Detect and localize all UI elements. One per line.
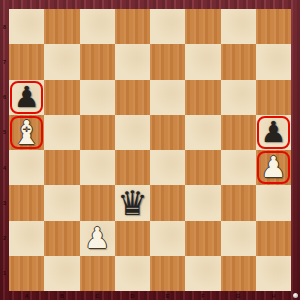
square-a1[interactable] — [9, 256, 44, 291]
corner-dot — [293, 293, 298, 298]
square-b5[interactable] — [44, 115, 79, 150]
square-b1[interactable] — [44, 256, 79, 291]
rank-label-6: 6 — [0, 80, 9, 115]
square-a4[interactable] — [9, 150, 44, 185]
rank-label-8: 8 — [0, 9, 9, 44]
rank-label-1: 1 — [0, 256, 9, 291]
square-d4[interactable] — [115, 150, 150, 185]
file-label-d: D — [115, 291, 150, 300]
square-c4[interactable] — [80, 150, 115, 185]
square-h3[interactable] — [256, 185, 291, 220]
square-f3[interactable] — [185, 185, 220, 220]
square-d8[interactable] — [115, 9, 150, 44]
square-d3[interactable]: ♛ — [115, 185, 150, 220]
square-f1[interactable] — [185, 256, 220, 291]
square-f8[interactable] — [185, 9, 220, 44]
file-label-f: F — [185, 291, 220, 300]
square-e7[interactable] — [150, 44, 185, 79]
square-e4[interactable] — [150, 150, 185, 185]
square-b8[interactable] — [44, 9, 79, 44]
black-queen[interactable]: ♛ — [117, 186, 147, 220]
white-pawn[interactable]: ♟ — [260, 153, 286, 182]
file-label-c: C — [80, 291, 115, 300]
square-c6[interactable] — [80, 80, 115, 115]
square-c2[interactable]: ♟ — [80, 221, 115, 256]
square-b6[interactable] — [44, 80, 79, 115]
square-d1[interactable] — [115, 256, 150, 291]
white-bishop[interactable]: ♝ — [12, 116, 42, 149]
square-h1[interactable] — [256, 256, 291, 291]
square-a8[interactable] — [9, 9, 44, 44]
square-a7[interactable] — [9, 44, 44, 79]
white-pawn[interactable]: ♟ — [84, 224, 110, 253]
square-a3[interactable] — [9, 185, 44, 220]
square-a2[interactable] — [9, 221, 44, 256]
square-g3[interactable] — [221, 185, 256, 220]
square-h7[interactable] — [256, 44, 291, 79]
rank-label-2: 2 — [0, 221, 9, 256]
square-a6[interactable]: ♟ — [9, 80, 44, 115]
square-e8[interactable] — [150, 9, 185, 44]
square-b2[interactable] — [44, 221, 79, 256]
square-c3[interactable] — [80, 185, 115, 220]
square-f5[interactable] — [185, 115, 220, 150]
square-g1[interactable] — [221, 256, 256, 291]
square-d7[interactable] — [115, 44, 150, 79]
square-h6[interactable] — [256, 80, 291, 115]
black-pawn[interactable]: ♟ — [14, 83, 40, 112]
square-h8[interactable] — [256, 9, 291, 44]
square-d2[interactable] — [115, 221, 150, 256]
square-f2[interactable] — [185, 221, 220, 256]
square-g5[interactable] — [221, 115, 256, 150]
square-h5[interactable]: ♟ — [256, 115, 291, 150]
file-label-g: G — [221, 291, 256, 300]
file-label-e: E — [150, 291, 185, 300]
rank-label-4: 4 — [0, 150, 9, 185]
square-e6[interactable] — [150, 80, 185, 115]
square-b7[interactable] — [44, 44, 79, 79]
square-f7[interactable] — [185, 44, 220, 79]
square-c8[interactable] — [80, 9, 115, 44]
square-b4[interactable] — [44, 150, 79, 185]
square-a5[interactable]: ♝ — [9, 115, 44, 150]
square-f4[interactable] — [185, 150, 220, 185]
square-e1[interactable] — [150, 256, 185, 291]
square-g2[interactable] — [221, 221, 256, 256]
square-d6[interactable] — [115, 80, 150, 115]
square-c5[interactable] — [80, 115, 115, 150]
square-h4[interactable]: ♟ — [256, 150, 291, 185]
chess-board: ♟♝♟♟♛♟ — [9, 9, 291, 291]
board-frame: ♟♝♟♟♛♟ 87654321 ABCDEFGH — [0, 0, 300, 300]
square-b3[interactable] — [44, 185, 79, 220]
square-h2[interactable] — [256, 221, 291, 256]
rank-label-5: 5 — [0, 115, 9, 150]
file-label-b: B — [44, 291, 79, 300]
square-f6[interactable] — [185, 80, 220, 115]
square-e5[interactable] — [150, 115, 185, 150]
square-g4[interactable] — [221, 150, 256, 185]
rank-label-7: 7 — [0, 44, 9, 79]
square-g7[interactable] — [221, 44, 256, 79]
file-label-h: H — [256, 291, 291, 300]
square-g8[interactable] — [221, 9, 256, 44]
square-e2[interactable] — [150, 221, 185, 256]
square-c1[interactable] — [80, 256, 115, 291]
square-g6[interactable] — [221, 80, 256, 115]
square-c7[interactable] — [80, 44, 115, 79]
rank-label-3: 3 — [0, 185, 9, 220]
black-pawn[interactable]: ♟ — [260, 118, 286, 147]
file-label-a: A — [9, 291, 44, 300]
square-d5[interactable] — [115, 115, 150, 150]
square-e3[interactable] — [150, 185, 185, 220]
